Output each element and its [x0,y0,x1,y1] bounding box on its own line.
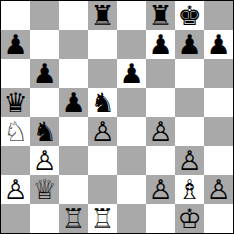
square-f3[interactable] [146,146,175,175]
piece-black-pawn: ♟ [177,30,201,59]
square-h8[interactable] [204,1,233,30]
square-f6[interactable] [146,59,175,88]
square-h7[interactable]: ♟ [204,30,233,59]
piece-black-king: ♚ [177,1,201,30]
square-g7[interactable]: ♟ [175,30,204,59]
square-f1[interactable] [146,204,175,233]
square-a1[interactable] [1,204,30,233]
square-d6[interactable] [88,59,117,88]
piece-black-pawn: ♟ [206,30,230,59]
square-a5[interactable]: ♛ [1,88,30,117]
piece-white-pawn: ♙ [148,175,172,204]
piece-white-rook: ♖ [61,204,85,233]
square-b7[interactable] [30,30,59,59]
square-e2[interactable] [117,175,146,204]
chess-board-frame: ♜♜♚♟♟♟♟♟♟♛♟♞♘♞♙♙♙♙♙♕♙♗♙♖♖♔ [0,0,234,234]
square-a8[interactable] [1,1,30,30]
square-a7[interactable]: ♟ [1,30,30,59]
square-f8[interactable]: ♜ [146,1,175,30]
piece-black-knight: ♞ [90,88,114,117]
piece-black-pawn: ♟ [32,59,56,88]
piece-white-bishop: ♗ [177,175,201,204]
square-c7[interactable] [59,30,88,59]
piece-white-king: ♔ [177,204,201,233]
square-d8[interactable]: ♜ [88,1,117,30]
square-b3[interactable]: ♙ [30,146,59,175]
square-e3[interactable] [117,146,146,175]
piece-white-rook: ♖ [90,204,114,233]
piece-black-pawn: ♟ [3,30,27,59]
square-d3[interactable] [88,146,117,175]
square-d2[interactable] [88,175,117,204]
square-b6[interactable]: ♟ [30,59,59,88]
square-h5[interactable] [204,88,233,117]
square-a4[interactable]: ♘ [1,117,30,146]
piece-black-rook: ♜ [90,1,114,30]
square-b2[interactable]: ♕ [30,175,59,204]
square-d4[interactable]: ♙ [88,117,117,146]
square-a6[interactable] [1,59,30,88]
piece-black-knight: ♞ [32,117,56,146]
square-c8[interactable] [59,1,88,30]
square-h4[interactable] [204,117,233,146]
square-b4[interactable]: ♞ [30,117,59,146]
square-g5[interactable] [175,88,204,117]
square-e7[interactable] [117,30,146,59]
square-h3[interactable] [204,146,233,175]
square-f2[interactable]: ♙ [146,175,175,204]
square-e5[interactable] [117,88,146,117]
square-e8[interactable] [117,1,146,30]
piece-white-pawn: ♙ [148,117,172,146]
piece-white-pawn: ♙ [90,117,114,146]
square-g6[interactable] [175,59,204,88]
square-g4[interactable] [175,117,204,146]
square-g2[interactable]: ♗ [175,175,204,204]
piece-white-pawn: ♙ [32,146,56,175]
square-h6[interactable] [204,59,233,88]
piece-white-pawn: ♙ [206,175,230,204]
square-c6[interactable] [59,59,88,88]
square-g8[interactable]: ♚ [175,1,204,30]
square-d7[interactable] [88,30,117,59]
square-b5[interactable] [30,88,59,117]
piece-white-pawn: ♙ [3,175,27,204]
square-a2[interactable]: ♙ [1,175,30,204]
square-d5[interactable]: ♞ [88,88,117,117]
piece-white-knight: ♘ [3,117,27,146]
square-f5[interactable] [146,88,175,117]
piece-white-pawn: ♙ [177,146,201,175]
chess-board: ♜♜♚♟♟♟♟♟♟♛♟♞♘♞♙♙♙♙♙♕♙♗♙♖♖♔ [1,1,233,233]
square-c4[interactable] [59,117,88,146]
piece-black-pawn: ♟ [119,59,143,88]
square-e1[interactable] [117,204,146,233]
square-c5[interactable]: ♟ [59,88,88,117]
square-b1[interactable] [30,204,59,233]
piece-white-queen: ♕ [32,175,56,204]
square-b8[interactable] [30,1,59,30]
piece-black-pawn: ♟ [148,30,172,59]
piece-black-queen: ♛ [3,88,27,117]
square-a3[interactable] [1,146,30,175]
square-e6[interactable]: ♟ [117,59,146,88]
square-h2[interactable]: ♙ [204,175,233,204]
square-c1[interactable]: ♖ [59,204,88,233]
square-g3[interactable]: ♙ [175,146,204,175]
square-c3[interactable] [59,146,88,175]
square-d1[interactable]: ♖ [88,204,117,233]
square-g1[interactable]: ♔ [175,204,204,233]
square-f4[interactable]: ♙ [146,117,175,146]
piece-black-pawn: ♟ [61,88,85,117]
piece-black-rook: ♜ [148,1,172,30]
square-e4[interactable] [117,117,146,146]
square-f7[interactable]: ♟ [146,30,175,59]
square-h1[interactable] [204,204,233,233]
square-c2[interactable] [59,175,88,204]
